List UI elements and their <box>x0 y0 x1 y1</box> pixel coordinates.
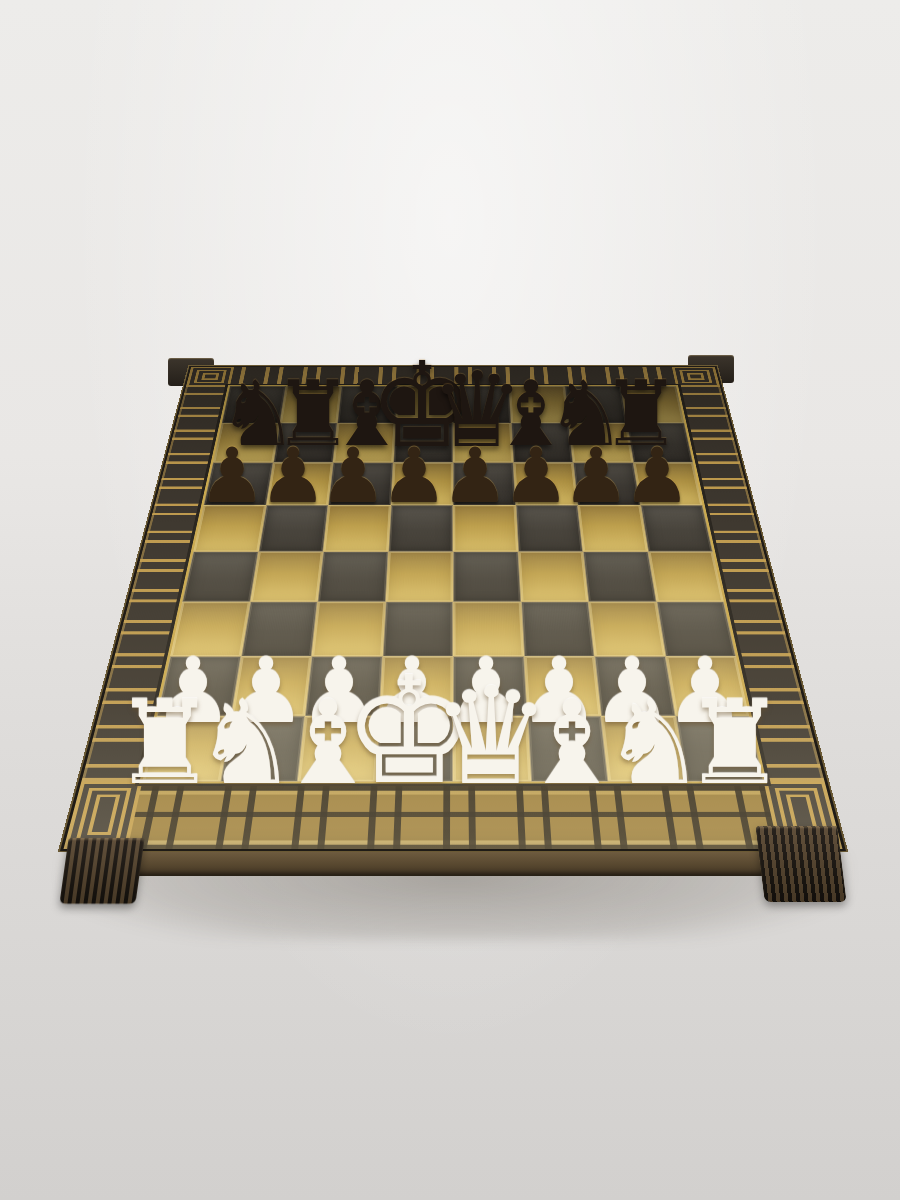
pieces-layer: ♞♜♝♚♛♝♞♜♟♟♟♟♟♟♟♟♟♟♟♟♟♟♟♟♜♞♝♚♛♝♞♜ <box>0 0 900 1200</box>
piece-h1[interactable]: ♜ <box>665 685 805 801</box>
piece-h7[interactable]: ♟ <box>587 438 727 514</box>
